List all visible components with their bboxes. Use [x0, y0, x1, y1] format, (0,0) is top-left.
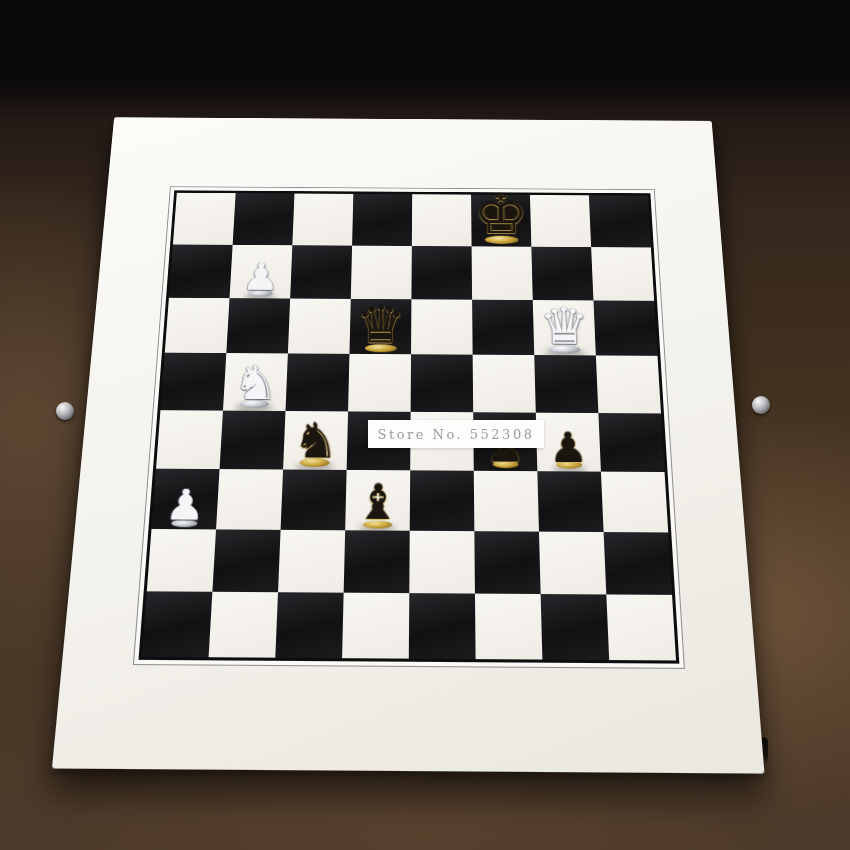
- square-c6[interactable]: [288, 299, 351, 355]
- square-f5[interactable]: [473, 355, 536, 412]
- square-e6[interactable]: [411, 299, 473, 355]
- square-b4[interactable]: [220, 410, 286, 469]
- square-c3[interactable]: [281, 469, 347, 530]
- piece-white-pawn-a3[interactable]: ♟: [164, 485, 206, 527]
- square-c7[interactable]: [290, 245, 352, 299]
- square-a2[interactable]: [147, 529, 216, 592]
- square-g3[interactable]: [537, 471, 603, 532]
- square-e3[interactable]: [410, 470, 475, 531]
- square-g4[interactable]: ♟: [536, 412, 601, 471]
- square-e2[interactable]: [409, 531, 475, 594]
- black-queen-glyph: ♛: [355, 301, 405, 349]
- metal-knob-right-icon: [752, 396, 770, 414]
- square-f2[interactable]: [474, 531, 540, 594]
- square-b7[interactable]: ♟: [230, 245, 293, 299]
- square-c5[interactable]: [286, 354, 350, 411]
- square-h2[interactable]: [604, 532, 672, 595]
- square-c4[interactable]: ♞: [283, 411, 348, 470]
- square-g2[interactable]: [539, 532, 606, 595]
- white-knight-glyph: ♞: [232, 361, 279, 406]
- piece-white-queen-g6[interactable]: ♛: [539, 303, 590, 354]
- white-pawn-glyph: ♟: [164, 485, 206, 525]
- square-c2[interactable]: [278, 530, 345, 593]
- white-pawn-glyph: ♟: [241, 259, 280, 295]
- piece-black-king-f8[interactable]: ♚: [473, 190, 529, 245]
- black-king-glyph: ♚: [473, 190, 529, 242]
- square-b2[interactable]: [212, 530, 280, 593]
- square-b5[interactable]: ♞: [223, 353, 288, 410]
- square-h4[interactable]: [598, 413, 664, 472]
- product-photo-scene: ♚♟♛♛♞♞♟♟♟♝ Store No. 552308: [0, 0, 850, 850]
- square-g8[interactable]: [530, 195, 591, 247]
- square-a6[interactable]: [165, 298, 230, 354]
- square-f8[interactable]: ♚: [471, 194, 531, 246]
- metal-knob-left-icon: [56, 402, 74, 420]
- square-c8[interactable]: [292, 193, 353, 245]
- square-e8[interactable]: [412, 194, 472, 246]
- black-bishop-glyph: ♝: [355, 481, 401, 527]
- square-h1[interactable]: [606, 595, 676, 660]
- square-d2[interactable]: [344, 530, 410, 593]
- square-h6[interactable]: [593, 301, 657, 357]
- square-b8[interactable]: [233, 193, 295, 245]
- square-g5[interactable]: [534, 355, 598, 412]
- square-g7[interactable]: [531, 247, 593, 301]
- square-a1[interactable]: [142, 592, 212, 657]
- square-d6[interactable]: ♛: [349, 299, 411, 355]
- square-f6[interactable]: [472, 300, 534, 356]
- square-e7[interactable]: [411, 246, 472, 300]
- square-c1[interactable]: [275, 593, 343, 658]
- square-d7[interactable]: [351, 246, 412, 300]
- square-d8[interactable]: [352, 194, 412, 246]
- square-f7[interactable]: [472, 246, 533, 300]
- black-knight-glyph: ♞: [292, 418, 339, 464]
- square-h5[interactable]: [596, 356, 661, 413]
- square-h8[interactable]: [589, 195, 651, 247]
- piece-black-queen-d6[interactable]: ♛: [355, 301, 405, 352]
- square-a4[interactable]: [156, 410, 223, 469]
- square-h7[interactable]: [591, 247, 654, 301]
- square-a7[interactable]: [169, 244, 233, 298]
- square-b3[interactable]: [216, 469, 283, 530]
- square-h3[interactable]: [601, 472, 668, 533]
- piece-black-pawn-g4[interactable]: ♟: [548, 428, 588, 469]
- square-g1[interactable]: [541, 594, 610, 659]
- piece-black-knight-c4[interactable]: ♞: [292, 418, 340, 467]
- square-e5[interactable]: [411, 355, 474, 412]
- square-f1[interactable]: [475, 594, 542, 659]
- square-a8[interactable]: [173, 193, 236, 245]
- square-e1[interactable]: [409, 594, 476, 659]
- piece-black-bishop-d3[interactable]: ♝: [355, 481, 401, 529]
- store-watermark-text: Store No. 552308: [378, 427, 535, 442]
- square-d1[interactable]: [342, 593, 409, 658]
- white-queen-glyph: ♛: [539, 303, 590, 351]
- square-d3[interactable]: ♝: [345, 470, 410, 531]
- square-f3[interactable]: [474, 471, 539, 532]
- black-pawn-glyph: ♟: [548, 428, 588, 467]
- square-a5[interactable]: [160, 353, 226, 410]
- square-b6[interactable]: [226, 298, 290, 354]
- piece-white-knight-b5[interactable]: ♞: [232, 361, 280, 408]
- store-watermark: Store No. 552308: [368, 420, 544, 448]
- square-a3[interactable]: ♟: [152, 469, 220, 530]
- square-d5[interactable]: [348, 354, 411, 411]
- square-g6[interactable]: ♛: [533, 300, 596, 356]
- square-b1[interactable]: [209, 592, 278, 657]
- piece-white-pawn-b7[interactable]: ♟: [241, 259, 280, 296]
